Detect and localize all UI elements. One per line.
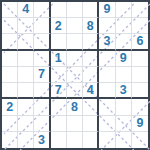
cell-r0-c7[interactable] [116, 2, 132, 18]
cell-r8-c1[interactable] [18, 132, 34, 148]
cell-r6-c1[interactable] [18, 99, 34, 115]
given-cell-r3-c7[interactable]: 9 [116, 51, 132, 67]
cell-r8-c6[interactable] [99, 132, 115, 148]
cell-r5-c1[interactable] [18, 83, 34, 99]
cell-r2-c3[interactable] [51, 34, 67, 50]
cell-r5-c6[interactable] [99, 83, 115, 99]
cell-r6-c8[interactable] [132, 99, 148, 115]
cell-r4-c5[interactable] [83, 67, 99, 83]
given-cell-r8-c2[interactable]: 3 [34, 132, 50, 148]
cell-r0-c0[interactable] [2, 2, 18, 18]
given-cell-r2-c6[interactable]: 3 [99, 34, 115, 50]
cell-r5-c4[interactable] [67, 83, 83, 99]
cell-r3-c6[interactable] [99, 51, 115, 67]
cell-r2-c4[interactable] [67, 34, 83, 50]
cell-r1-c6[interactable] [99, 18, 115, 34]
cell-r1-c8[interactable] [132, 18, 148, 34]
cell-r5-c8[interactable] [132, 83, 148, 99]
given-cell-r6-c0[interactable]: 2 [2, 99, 18, 115]
cell-r2-c5[interactable] [83, 34, 99, 50]
cell-r7-c2[interactable] [34, 116, 50, 132]
cell-r0-c4[interactable] [67, 2, 83, 18]
cell-r7-c7[interactable] [116, 116, 132, 132]
cell-r3-c0[interactable] [2, 51, 18, 67]
cell-r1-c7[interactable] [116, 18, 132, 34]
cell-r0-c2[interactable] [34, 2, 50, 18]
cell-r4-c1[interactable] [18, 67, 34, 83]
cell-r5-c0[interactable] [2, 83, 18, 99]
given-cell-r5-c5[interactable]: 4 [83, 83, 99, 99]
cell-r3-c4[interactable] [67, 51, 83, 67]
cell-r8-c8[interactable] [132, 132, 148, 148]
cell-r7-c6[interactable] [99, 116, 115, 132]
sudoku-board: 4928361977432893 [0, 0, 150, 150]
given-cell-r5-c3[interactable]: 7 [51, 83, 67, 99]
cell-r2-c7[interactable] [116, 34, 132, 50]
cell-r6-c5[interactable] [83, 99, 99, 115]
given-cell-r5-c7[interactable]: 3 [116, 83, 132, 99]
cell-r1-c2[interactable] [34, 18, 50, 34]
given-cell-r3-c3[interactable]: 1 [51, 51, 67, 67]
cell-r8-c0[interactable] [2, 132, 18, 148]
cell-r2-c2[interactable] [34, 34, 50, 50]
given-cell-r4-c2[interactable]: 7 [34, 67, 50, 83]
given-cell-r2-c8[interactable]: 6 [132, 34, 148, 50]
cell-r3-c5[interactable] [83, 51, 99, 67]
cell-r2-c1[interactable] [18, 34, 34, 50]
cell-r8-c3[interactable] [51, 132, 67, 148]
given-cell-r1-c3[interactable]: 2 [51, 18, 67, 34]
cell-r2-c0[interactable] [2, 34, 18, 50]
cell-r7-c4[interactable] [67, 116, 83, 132]
given-cell-r7-c8[interactable]: 9 [132, 116, 148, 132]
cell-r1-c1[interactable] [18, 18, 34, 34]
cell-r6-c2[interactable] [34, 99, 50, 115]
cell-r1-c4[interactable] [67, 18, 83, 34]
cell-r6-c6[interactable] [99, 99, 115, 115]
cell-r6-c7[interactable] [116, 99, 132, 115]
cell-r3-c8[interactable] [132, 51, 148, 67]
given-cell-r0-c1[interactable]: 4 [18, 2, 34, 18]
cell-r0-c8[interactable] [132, 2, 148, 18]
cell-r7-c0[interactable] [2, 116, 18, 132]
cell-r7-c3[interactable] [51, 116, 67, 132]
cell-r4-c4[interactable] [67, 67, 83, 83]
given-cell-r6-c4[interactable]: 8 [67, 99, 83, 115]
cell-r0-c5[interactable] [83, 2, 99, 18]
cell-r6-c3[interactable] [51, 99, 67, 115]
cell-r7-c5[interactable] [83, 116, 99, 132]
cell-r7-c1[interactable] [18, 116, 34, 132]
cell-r3-c2[interactable] [34, 51, 50, 67]
cell-r4-c7[interactable] [116, 67, 132, 83]
cell-r4-c0[interactable] [2, 67, 18, 83]
cell-r0-c3[interactable] [51, 2, 67, 18]
given-cell-r1-c5[interactable]: 8 [83, 18, 99, 34]
cell-r8-c5[interactable] [83, 132, 99, 148]
cell-r8-c4[interactable] [67, 132, 83, 148]
cell-r3-c1[interactable] [18, 51, 34, 67]
given-cell-r0-c6[interactable]: 9 [99, 2, 115, 18]
cell-r1-c0[interactable] [2, 18, 18, 34]
cell-r8-c7[interactable] [116, 132, 132, 148]
cell-r4-c8[interactable] [132, 67, 148, 83]
cell-r4-c6[interactable] [99, 67, 115, 83]
cell-r4-c3[interactable] [51, 67, 67, 83]
cell-r5-c2[interactable] [34, 83, 50, 99]
